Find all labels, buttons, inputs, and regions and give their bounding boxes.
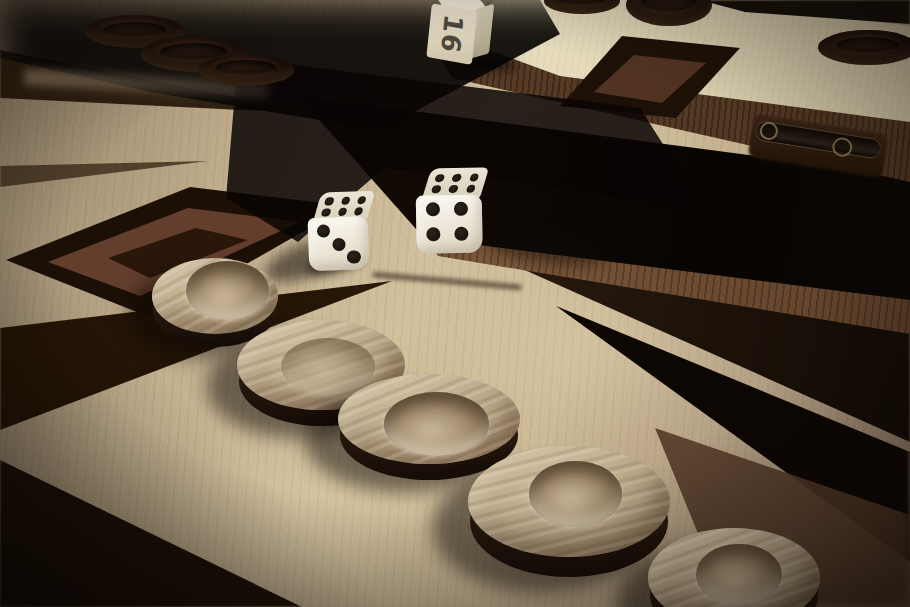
- backgammon-board-photo: 16: [0, 0, 910, 607]
- checker-dish: [186, 261, 269, 319]
- die-two-front-face: [416, 194, 483, 253]
- doubling-cube[interactable]: 16: [426, 0, 497, 69]
- checker-dish: [696, 544, 782, 606]
- die-one-front-face: [308, 216, 370, 271]
- checker-dark[interactable]: [818, 30, 910, 65]
- checker-light[interactable]: [648, 528, 820, 607]
- checker-light[interactable]: [468, 446, 670, 572]
- checker-dark[interactable]: [198, 54, 294, 86]
- die-one[interactable]: [307, 191, 374, 271]
- checker-dish: [529, 461, 622, 527]
- doubling-cube-value: 16: [435, 12, 469, 55]
- die-two[interactable]: [415, 167, 486, 254]
- doubling-cube-front-face: 16: [426, 3, 477, 65]
